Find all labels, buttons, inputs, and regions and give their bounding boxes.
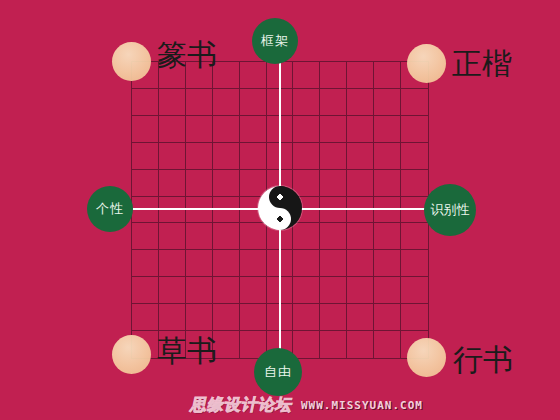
- board-cell: [293, 250, 320, 277]
- board-cell: [293, 62, 320, 89]
- board-cell: [240, 62, 267, 89]
- corner-stone-bottom-right: [407, 338, 446, 377]
- yin-yang-icon: [258, 186, 302, 230]
- board-cell: [401, 89, 428, 116]
- axis-node-left-label: 个性: [96, 200, 124, 218]
- board-cell: [240, 277, 267, 304]
- board-cell: [374, 331, 401, 358]
- board-cell: [374, 170, 401, 197]
- board-cell: [159, 89, 186, 116]
- board-cell: [347, 331, 374, 358]
- board-cell: [347, 223, 374, 250]
- board-cell: [293, 89, 320, 116]
- board-cell: [374, 62, 401, 89]
- board-cell: [347, 250, 374, 277]
- board-cell: [213, 223, 240, 250]
- board-cell: [293, 116, 320, 143]
- board-cell: [347, 304, 374, 331]
- board-cell: [186, 250, 213, 277]
- board-cell: [374, 304, 401, 331]
- board-cell: [401, 277, 428, 304]
- board-cell: [293, 277, 320, 304]
- board-cell: [159, 304, 186, 331]
- board-cell: [374, 89, 401, 116]
- board-cell: [213, 277, 240, 304]
- corner-label-regular-script: 正楷: [452, 49, 512, 79]
- board-cell: [240, 223, 267, 250]
- axis-node-left: 个性: [87, 186, 133, 232]
- board-cell: [240, 304, 267, 331]
- board-cell: [186, 223, 213, 250]
- board-cell: [347, 62, 374, 89]
- board-cell: [293, 304, 320, 331]
- watermark-site-url: WWW.MISSYUAN.COM: [301, 399, 423, 412]
- board-cell: [293, 223, 320, 250]
- board-cell: [159, 170, 186, 197]
- board-cell: [401, 250, 428, 277]
- axis-node-top: 框架: [252, 18, 298, 64]
- board-cell: [159, 277, 186, 304]
- board-cell: [401, 116, 428, 143]
- board-cell: [320, 62, 347, 89]
- board-cell: [320, 170, 347, 197]
- corner-stone-top-left: [112, 42, 151, 81]
- board-cell: [347, 277, 374, 304]
- watermark: 思缘设计论坛 WWW.MISSYUAN.COM: [191, 395, 423, 416]
- board-cell: [132, 304, 159, 331]
- board-cell: [186, 277, 213, 304]
- axis-node-top-label: 框架: [261, 32, 289, 50]
- board-cell: [240, 250, 267, 277]
- board-cell: [401, 143, 428, 170]
- board-cell: [320, 331, 347, 358]
- board-cell: [320, 116, 347, 143]
- axis-node-bottom-label: 自由: [264, 363, 292, 381]
- board-cell: [186, 116, 213, 143]
- board-cell: [132, 250, 159, 277]
- board-cell: [240, 116, 267, 143]
- calligraphy-design-diagram: 框架 个性 识别性 自由 篆书 正楷 草书 行书 思缘设计论坛 WWW.MISS…: [0, 0, 560, 420]
- board-cell: [293, 331, 320, 358]
- board-cell: [186, 143, 213, 170]
- board-cell: [347, 89, 374, 116]
- board-cell: [132, 89, 159, 116]
- board-cell: [320, 304, 347, 331]
- board-cell: [347, 116, 374, 143]
- board-cell: [240, 143, 267, 170]
- board-cell: [347, 170, 374, 197]
- board-cell: [401, 304, 428, 331]
- board-cell: [213, 143, 240, 170]
- board-cell: [159, 223, 186, 250]
- board-cell: [347, 143, 374, 170]
- board-cell: [320, 250, 347, 277]
- board-cell: [401, 170, 428, 197]
- board-cell: [320, 89, 347, 116]
- board-cell: [159, 250, 186, 277]
- board-cell: [159, 116, 186, 143]
- watermark-site-name: 思缘设计论坛: [189, 395, 295, 416]
- corner-stone-top-right: [407, 44, 446, 83]
- corner-stone-bottom-left: [112, 335, 151, 374]
- axis-node-right-label: 识别性: [431, 201, 470, 219]
- board-cell: [293, 143, 320, 170]
- corner-label-cursive-script: 草书: [157, 336, 217, 366]
- board-cell: [213, 170, 240, 197]
- board-cell: [159, 143, 186, 170]
- board-cell: [132, 223, 159, 250]
- board-cell: [213, 89, 240, 116]
- board-cell: [374, 277, 401, 304]
- axis-node-bottom: 自由: [254, 348, 302, 396]
- board-cell: [374, 116, 401, 143]
- board-cell: [320, 143, 347, 170]
- board-cell: [213, 250, 240, 277]
- board-cell: [213, 304, 240, 331]
- board-cell: [132, 170, 159, 197]
- board-cell: [374, 250, 401, 277]
- board-cell: [293, 170, 320, 197]
- corner-label-running-script: 行书: [453, 345, 513, 375]
- corner-label-seal-script: 篆书: [157, 40, 217, 70]
- board-cell: [132, 116, 159, 143]
- board-cell: [186, 89, 213, 116]
- board-cell: [240, 89, 267, 116]
- board-cell: [213, 116, 240, 143]
- board-cell: [186, 170, 213, 197]
- axis-node-right: 识别性: [424, 184, 476, 236]
- board-cell: [186, 304, 213, 331]
- board-cell: [132, 277, 159, 304]
- board-cell: [132, 143, 159, 170]
- board-cell: [320, 277, 347, 304]
- board-cell: [374, 143, 401, 170]
- board-cell: [374, 223, 401, 250]
- board-cell: [401, 223, 428, 250]
- board-cell: [320, 223, 347, 250]
